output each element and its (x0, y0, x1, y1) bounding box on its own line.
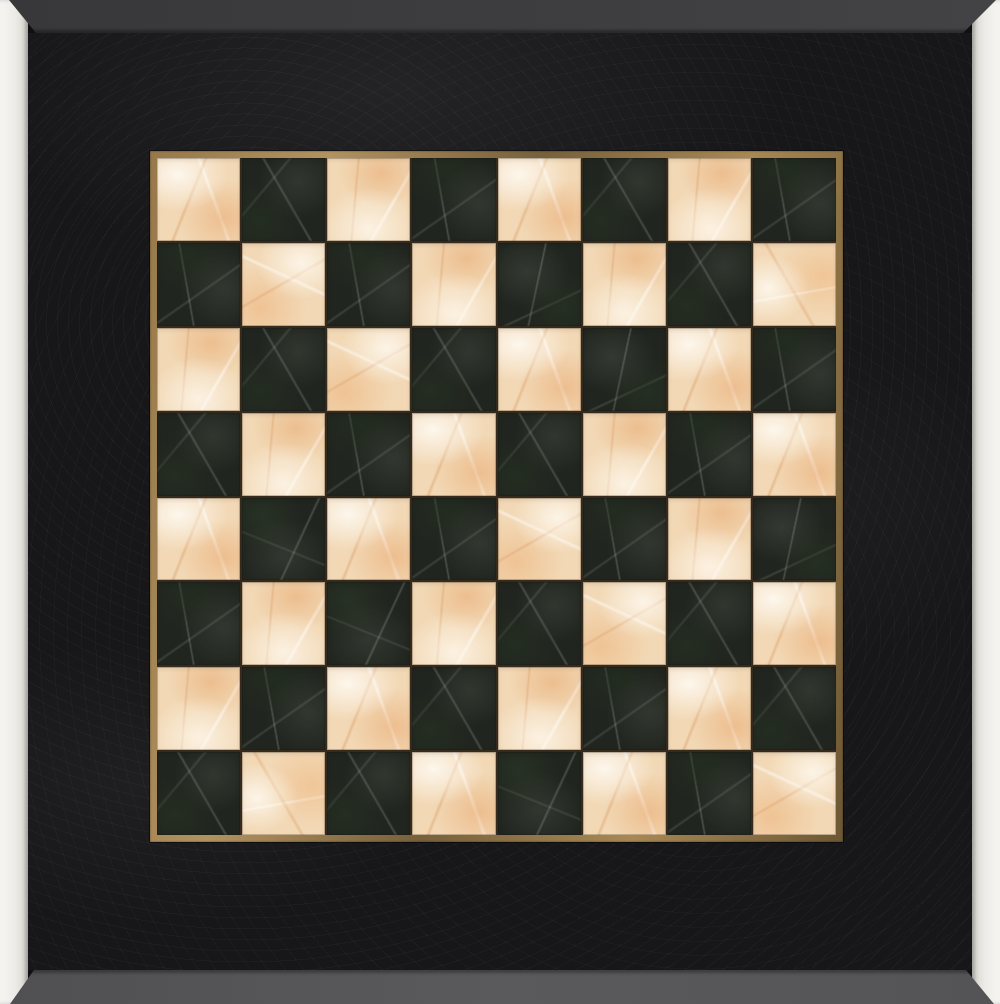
square-d5[interactable] (412, 413, 495, 496)
square-f4[interactable] (583, 498, 666, 581)
square-f2[interactable] (583, 667, 666, 750)
brass-inlay-border (150, 151, 843, 842)
square-h2[interactable] (753, 667, 836, 750)
board-side-edge-left (0, 0, 28, 1004)
square-g7[interactable] (668, 243, 751, 326)
square-d6[interactable] (412, 328, 495, 411)
board-bevel-bottom (0, 970, 1000, 1004)
square-f6[interactable] (583, 328, 666, 411)
square-h3[interactable] (753, 582, 836, 665)
square-e3[interactable] (498, 582, 581, 665)
square-d7[interactable] (412, 243, 495, 326)
square-f7[interactable] (583, 243, 666, 326)
square-e2[interactable] (498, 667, 581, 750)
square-e7[interactable] (498, 243, 581, 326)
square-e1[interactable] (498, 752, 581, 835)
square-b1[interactable] (242, 752, 325, 835)
square-d8[interactable] (412, 158, 495, 241)
square-e8[interactable] (498, 158, 581, 241)
board-bevel-top (0, 0, 1000, 33)
square-f3[interactable] (583, 582, 666, 665)
square-a8[interactable] (157, 158, 240, 241)
square-h8[interactable] (753, 158, 836, 241)
square-a2[interactable] (157, 667, 240, 750)
square-f1[interactable] (583, 752, 666, 835)
square-f8[interactable] (583, 158, 666, 241)
square-c6[interactable] (327, 328, 410, 411)
square-a4[interactable] (157, 498, 240, 581)
square-f5[interactable] (583, 413, 666, 496)
square-d2[interactable] (412, 667, 495, 750)
square-c5[interactable] (327, 413, 410, 496)
square-b7[interactable] (242, 243, 325, 326)
square-a3[interactable] (157, 582, 240, 665)
square-d1[interactable] (412, 752, 495, 835)
square-h4[interactable] (753, 498, 836, 581)
square-b4[interactable] (242, 498, 325, 581)
square-c1[interactable] (327, 752, 410, 835)
square-b5[interactable] (242, 413, 325, 496)
square-b3[interactable] (242, 582, 325, 665)
square-c4[interactable] (327, 498, 410, 581)
square-e5[interactable] (498, 413, 581, 496)
square-g3[interactable] (668, 582, 751, 665)
square-h5[interactable] (753, 413, 836, 496)
square-h7[interactable] (753, 243, 836, 326)
square-g4[interactable] (668, 498, 751, 581)
square-a1[interactable] (157, 752, 240, 835)
square-c2[interactable] (327, 667, 410, 750)
square-c3[interactable] (327, 582, 410, 665)
board-side-edge-right (972, 0, 1000, 1004)
square-d3[interactable] (412, 582, 495, 665)
square-g2[interactable] (668, 667, 751, 750)
square-h1[interactable] (753, 752, 836, 835)
square-e6[interactable] (498, 328, 581, 411)
square-g6[interactable] (668, 328, 751, 411)
square-h6[interactable] (753, 328, 836, 411)
square-c8[interactable] (327, 158, 410, 241)
square-a5[interactable] (157, 413, 240, 496)
square-g1[interactable] (668, 752, 751, 835)
square-a7[interactable] (157, 243, 240, 326)
square-b8[interactable] (242, 158, 325, 241)
square-d4[interactable] (412, 498, 495, 581)
square-c7[interactable] (327, 243, 410, 326)
chess-board-grid (157, 158, 836, 835)
square-g8[interactable] (668, 158, 751, 241)
chess-board-photo (0, 0, 1000, 1004)
square-b6[interactable] (242, 328, 325, 411)
square-b2[interactable] (242, 667, 325, 750)
square-a6[interactable] (157, 328, 240, 411)
square-g5[interactable] (668, 413, 751, 496)
square-e4[interactable] (498, 498, 581, 581)
